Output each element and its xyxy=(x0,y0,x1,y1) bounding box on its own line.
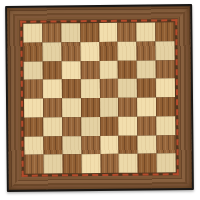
square-d1[interactable] xyxy=(81,154,100,173)
square-g6[interactable] xyxy=(137,60,156,79)
square-g2[interactable] xyxy=(138,135,157,154)
product-photo-background xyxy=(0,0,200,200)
square-b6[interactable] xyxy=(43,61,62,80)
square-e6[interactable] xyxy=(99,60,118,79)
square-b4[interactable] xyxy=(43,98,62,117)
square-d7[interactable] xyxy=(80,42,99,61)
square-f2[interactable] xyxy=(119,135,138,154)
square-c8[interactable] xyxy=(61,23,80,42)
square-b2[interactable] xyxy=(43,136,62,155)
square-h4[interactable] xyxy=(156,97,175,116)
square-e1[interactable] xyxy=(100,154,119,173)
square-e4[interactable] xyxy=(100,98,119,117)
square-d8[interactable] xyxy=(80,23,99,42)
square-c7[interactable] xyxy=(61,42,80,61)
square-b7[interactable] xyxy=(42,42,61,61)
square-h8[interactable] xyxy=(155,22,174,41)
square-b3[interactable] xyxy=(43,117,62,136)
square-d4[interactable] xyxy=(81,98,100,117)
square-a5[interactable] xyxy=(24,80,43,99)
square-a2[interactable] xyxy=(24,136,43,155)
square-h5[interactable] xyxy=(156,79,175,98)
square-h6[interactable] xyxy=(156,60,175,79)
square-d2[interactable] xyxy=(81,135,100,154)
square-f3[interactable] xyxy=(119,116,138,135)
square-a4[interactable] xyxy=(24,99,43,118)
square-e3[interactable] xyxy=(100,117,119,136)
square-e7[interactable] xyxy=(99,42,118,61)
square-f5[interactable] xyxy=(118,79,137,98)
square-b8[interactable] xyxy=(42,23,61,42)
square-c4[interactable] xyxy=(62,98,81,117)
square-c2[interactable] xyxy=(62,136,81,155)
square-g8[interactable] xyxy=(137,22,156,41)
square-g3[interactable] xyxy=(137,116,156,135)
frame-right-rail xyxy=(177,6,192,188)
square-g5[interactable] xyxy=(137,79,156,98)
square-g1[interactable] xyxy=(138,154,157,173)
square-f4[interactable] xyxy=(118,98,137,117)
square-c1[interactable] xyxy=(62,154,81,173)
square-h1[interactable] xyxy=(157,154,176,173)
square-d5[interactable] xyxy=(80,79,99,98)
square-c5[interactable] xyxy=(62,79,81,98)
square-c6[interactable] xyxy=(61,61,80,80)
square-f1[interactable] xyxy=(119,154,138,173)
square-d6[interactable] xyxy=(80,61,99,80)
square-g4[interactable] xyxy=(137,97,156,116)
square-f6[interactable] xyxy=(118,60,137,79)
square-a1[interactable] xyxy=(25,155,44,174)
board-frame-walnut xyxy=(7,6,192,190)
square-f8[interactable] xyxy=(118,23,137,42)
inlay-border-red xyxy=(20,19,178,176)
square-h2[interactable] xyxy=(156,135,175,154)
square-e2[interactable] xyxy=(100,135,119,154)
square-b5[interactable] xyxy=(43,80,62,99)
square-a6[interactable] xyxy=(24,61,43,80)
square-c3[interactable] xyxy=(62,117,81,136)
square-a7[interactable] xyxy=(23,42,42,61)
square-a8[interactable] xyxy=(23,24,42,43)
square-g7[interactable] xyxy=(137,41,156,60)
square-a3[interactable] xyxy=(24,117,43,136)
chess-board xyxy=(5,4,194,192)
square-e8[interactable] xyxy=(99,23,118,42)
square-e5[interactable] xyxy=(99,79,118,98)
square-b1[interactable] xyxy=(43,155,62,174)
square-h3[interactable] xyxy=(156,116,175,135)
square-h7[interactable] xyxy=(156,41,175,60)
square-f7[interactable] xyxy=(118,41,137,60)
square-d3[interactable] xyxy=(81,117,100,136)
board-grid xyxy=(23,22,175,173)
